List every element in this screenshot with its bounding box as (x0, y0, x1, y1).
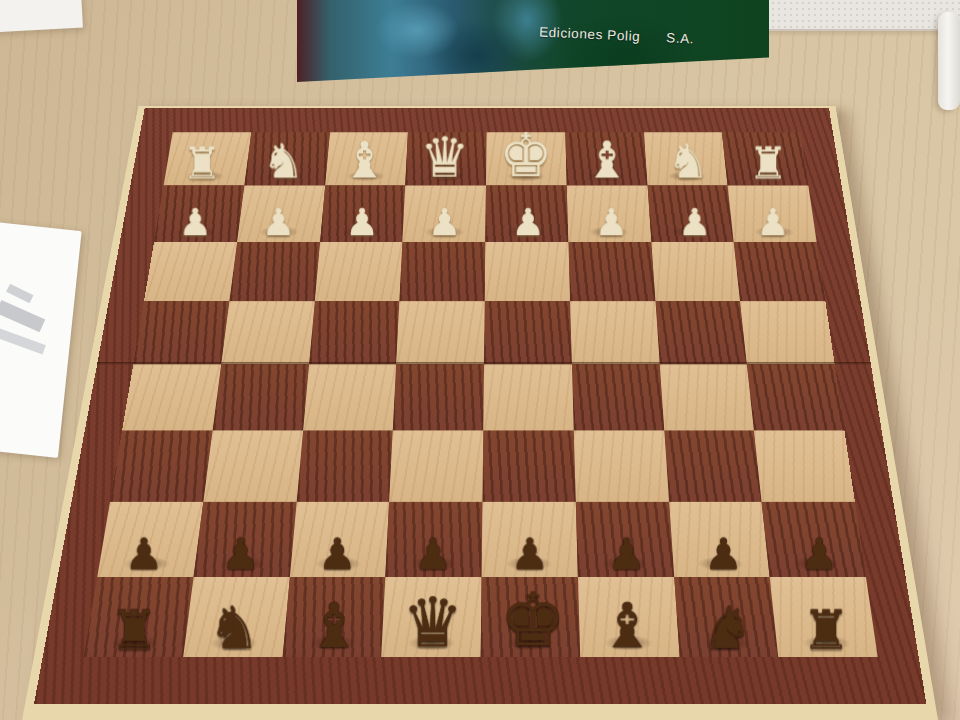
square-r7c1[interactable]: ♞ (183, 577, 290, 657)
square-r2c0[interactable] (144, 242, 237, 301)
square-r5c1[interactable] (203, 431, 302, 502)
square-r3c1[interactable] (221, 301, 314, 364)
square-r0c0[interactable]: ♜ (164, 132, 252, 185)
white-rook[interactable]: ♜ (160, 142, 245, 184)
square-r7c3[interactable]: ♛ (381, 577, 481, 657)
square-r5c3[interactable] (389, 431, 483, 502)
square-r4c1[interactable] (212, 364, 308, 431)
square-r0c2[interactable]: ♝ (325, 132, 408, 185)
white-rook[interactable]: ♜ (729, 142, 808, 184)
black-pawn[interactable]: ♟ (386, 534, 482, 575)
square-r3c5[interactable] (570, 301, 659, 364)
black-pawn[interactable]: ♟ (192, 534, 290, 575)
square-r6c7[interactable]: ♟ (762, 501, 866, 576)
square-r4c5[interactable] (572, 364, 664, 431)
square-r6c0[interactable]: ♟ (97, 501, 203, 576)
black-bishop[interactable]: ♝ (575, 596, 679, 655)
black-pawn[interactable]: ♟ (95, 534, 194, 575)
white-pawn[interactable]: ♟ (730, 205, 817, 241)
square-r3c4[interactable] (484, 301, 572, 364)
square-r6c5[interactable]: ♟ (576, 501, 674, 576)
board-frame: ♜♞♝♛♚♝♞♜♟♟♟♟♟♟♟♟♟♟♟♟♟♟♟♟♜♞♝♛♚♝♞♜ (34, 108, 926, 704)
square-r3c0[interactable] (133, 301, 229, 364)
square-r4c4[interactable] (483, 364, 573, 431)
white-bishop[interactable]: ♝ (323, 136, 406, 184)
square-r5c5[interactable] (574, 431, 669, 502)
black-knight[interactable]: ♞ (185, 600, 282, 656)
square-r4c0[interactable] (122, 364, 221, 431)
square-r1c0[interactable]: ♟ (154, 186, 244, 242)
black-pawn[interactable]: ♟ (483, 534, 578, 575)
square-r2c5[interactable] (568, 242, 655, 301)
black-pawn[interactable]: ♟ (773, 534, 865, 575)
white-pawn[interactable]: ♟ (237, 205, 320, 241)
square-r2c1[interactable] (229, 242, 320, 301)
scene: Ediciones PoligS.A. ♜♞♝♛♚♝♞♜♟♟♟♟♟♟♟♟♟♟♟♟… (0, 0, 960, 720)
black-rook[interactable]: ♜ (85, 603, 183, 655)
black-bishop[interactable]: ♝ (285, 596, 381, 655)
white-queen[interactable]: ♛ (404, 132, 486, 185)
square-r5c0[interactable] (110, 431, 212, 502)
square-r5c4[interactable] (482, 431, 575, 502)
square-r5c7[interactable] (754, 431, 855, 502)
square-r5c2[interactable] (296, 431, 393, 502)
square-r1c7[interactable]: ♟ (728, 186, 817, 242)
square-r4c3[interactable] (393, 364, 484, 431)
white-pawn[interactable]: ♟ (488, 205, 568, 241)
square-r3c3[interactable] (396, 301, 484, 364)
chess-board: ♜♞♝♛♚♝♞♜♟♟♟♟♟♟♟♟♟♟♟♟♟♟♟♟♜♞♝♛♚♝♞♜ (22, 106, 938, 720)
white-pawn[interactable]: ♟ (153, 205, 237, 241)
black-rook[interactable]: ♜ (775, 603, 877, 655)
square-r1c4[interactable]: ♟ (485, 186, 568, 242)
square-r4c7[interactable] (747, 364, 844, 431)
white-pawn[interactable]: ♟ (655, 205, 734, 241)
square-r6c3[interactable]: ♟ (386, 501, 483, 576)
white-bishop[interactable]: ♝ (567, 136, 648, 184)
white-king[interactable]: ♚ (485, 127, 566, 184)
black-king[interactable]: ♚ (486, 585, 580, 655)
black-knight[interactable]: ♞ (675, 600, 778, 656)
square-r6c1[interactable]: ♟ (193, 501, 296, 576)
square-r2c2[interactable] (314, 242, 402, 301)
square-r1c2[interactable]: ♟ (320, 186, 406, 242)
square-r1c5[interactable]: ♟ (567, 186, 651, 242)
white-pawn[interactable]: ♟ (321, 205, 403, 241)
square-r2c6[interactable] (651, 242, 740, 301)
board-fold-seam (97, 362, 871, 365)
square-r0c1[interactable]: ♞ (244, 132, 329, 185)
square-r0c4[interactable]: ♚ (486, 132, 567, 185)
square-r7c4[interactable]: ♚ (481, 577, 580, 657)
square-r7c0[interactable]: ♜ (84, 577, 194, 657)
square-r6c4[interactable]: ♟ (482, 501, 578, 576)
square-r4c2[interactable] (303, 364, 397, 431)
square-r6c6[interactable]: ♟ (669, 501, 770, 576)
white-knight[interactable]: ♞ (241, 139, 325, 184)
chess-board-perspective: ♜♞♝♛♚♝♞♜♟♟♟♟♟♟♟♟♟♟♟♟♟♟♟♟♜♞♝♛♚♝♞♜ (0, 38, 960, 720)
window-sill (0, 0, 83, 32)
white-pawn[interactable]: ♟ (404, 205, 485, 241)
board-grid: ♜♞♝♛♚♝♞♜♟♟♟♟♟♟♟♟♟♟♟♟♟♟♟♟♜♞♝♛♚♝♞♜ (84, 132, 878, 657)
white-knight[interactable]: ♞ (648, 139, 728, 184)
square-r7c5[interactable]: ♝ (578, 577, 680, 657)
square-r0c7[interactable]: ♜ (722, 132, 808, 185)
black-queen[interactable]: ♛ (385, 591, 480, 656)
square-r4c6[interactable] (659, 364, 754, 431)
black-pawn[interactable]: ♟ (289, 534, 386, 575)
square-r3c2[interactable] (309, 301, 400, 364)
square-r7c7[interactable]: ♜ (770, 577, 878, 657)
square-r0c3[interactable]: ♛ (405, 132, 486, 185)
black-pawn[interactable]: ♟ (676, 534, 769, 575)
square-r1c6[interactable]: ♟ (647, 186, 734, 242)
black-pawn[interactable]: ♟ (580, 534, 674, 575)
square-r3c7[interactable] (740, 301, 834, 364)
square-r1c3[interactable]: ♟ (403, 186, 486, 242)
square-r5c6[interactable] (664, 431, 762, 502)
square-r2c4[interactable] (485, 242, 570, 301)
square-r7c2[interactable]: ♝ (282, 577, 385, 657)
square-r6c2[interactable]: ♟ (289, 501, 389, 576)
square-r2c3[interactable] (400, 242, 486, 301)
square-r0c6[interactable]: ♞ (644, 132, 728, 185)
square-r7c6[interactable]: ♞ (674, 577, 779, 657)
square-r0c5[interactable]: ♝ (565, 132, 647, 185)
square-r2c7[interactable] (734, 242, 826, 301)
square-r1c1[interactable]: ♟ (237, 186, 325, 242)
white-pawn[interactable]: ♟ (571, 205, 651, 241)
square-r3c6[interactable] (655, 301, 747, 364)
